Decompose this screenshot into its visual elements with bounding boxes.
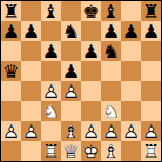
square-c5[interactable] bbox=[41, 61, 61, 81]
piece-glyph: ♟ bbox=[81, 41, 101, 61]
black-pawn-c6[interactable]: ♟ bbox=[41, 41, 61, 61]
piece-glyph: ♟ bbox=[121, 21, 141, 41]
piece-glyph: ♝ bbox=[41, 1, 61, 21]
square-c4[interactable]: ♟♙ bbox=[41, 81, 61, 101]
white-rook-c1[interactable]: ♜♖ bbox=[41, 141, 61, 161]
piece-glyph: ♜ bbox=[1, 1, 21, 21]
square-b2[interactable]: ♟♙ bbox=[21, 121, 41, 141]
piece-outline-glyph: ♗ bbox=[101, 141, 121, 161]
square-e1[interactable]: ♚♔ bbox=[81, 141, 101, 161]
white-knight-f3[interactable]: ♞♘ bbox=[101, 101, 121, 121]
white-knight-c3[interactable]: ♞♘ bbox=[41, 101, 61, 121]
white-bishop-d2[interactable]: ♝♗ bbox=[61, 121, 81, 141]
white-pawn-d4[interactable]: ♟♙ bbox=[61, 81, 81, 101]
square-f2[interactable]: ♟♙ bbox=[101, 121, 121, 141]
square-a4[interactable] bbox=[1, 81, 21, 101]
square-f8[interactable]: ♝ bbox=[101, 1, 121, 21]
square-f1[interactable]: ♝♗ bbox=[101, 141, 121, 161]
piece-outline-glyph: ♖ bbox=[41, 141, 61, 161]
square-a8[interactable]: ♜ bbox=[1, 1, 21, 21]
square-b5[interactable] bbox=[21, 61, 41, 81]
square-c7[interactable] bbox=[41, 21, 61, 41]
square-f5[interactable] bbox=[101, 61, 121, 81]
square-e5[interactable] bbox=[81, 61, 101, 81]
square-h4[interactable] bbox=[141, 81, 161, 101]
square-h5[interactable] bbox=[141, 61, 161, 81]
square-g7[interactable]: ♟ bbox=[121, 21, 141, 41]
white-pawn-e2[interactable]: ♟♙ bbox=[81, 121, 101, 141]
piece-glyph: ♟ bbox=[61, 61, 81, 81]
piece-outline-glyph: ♖ bbox=[141, 141, 161, 161]
square-b1[interactable] bbox=[21, 141, 41, 161]
square-f4[interactable] bbox=[101, 81, 121, 101]
piece-outline-glyph: ♙ bbox=[41, 81, 61, 101]
black-rook-a8[interactable]: ♜ bbox=[1, 1, 21, 21]
white-pawn-f2[interactable]: ♟♙ bbox=[101, 121, 121, 141]
piece-outline-glyph: ♙ bbox=[141, 121, 161, 141]
square-e3[interactable] bbox=[81, 101, 101, 121]
piece-outline-glyph: ♙ bbox=[1, 121, 21, 141]
square-d1[interactable]: ♛♕ bbox=[61, 141, 81, 161]
piece-outline-glyph: ♙ bbox=[81, 121, 101, 141]
piece-glyph: ♟ bbox=[101, 21, 121, 41]
black-pawn-h7[interactable]: ♟ bbox=[141, 21, 161, 41]
square-g4[interactable] bbox=[121, 81, 141, 101]
square-b6[interactable] bbox=[21, 41, 41, 61]
square-b7[interactable]: ♟ bbox=[21, 21, 41, 41]
square-e8[interactable]: ♚ bbox=[81, 1, 101, 21]
square-d5[interactable]: ♟ bbox=[61, 61, 81, 81]
black-pawn-d5[interactable]: ♟ bbox=[61, 61, 81, 81]
square-a3[interactable] bbox=[1, 101, 21, 121]
piece-outline-glyph: ♔ bbox=[81, 141, 101, 161]
square-h1[interactable]: ♜♖ bbox=[141, 141, 161, 161]
piece-outline-glyph: ♙ bbox=[101, 121, 121, 141]
square-f3[interactable]: ♞♘ bbox=[101, 101, 121, 121]
chess-board: ♜♝♚♝♜♟♟♞♟♟♟♟♟♞♛♟♟♙♟♙♞♘♞♘♟♙♟♙♝♗♟♙♟♙♟♙♟♙♜♖… bbox=[0, 0, 162, 162]
white-pawn-c4[interactable]: ♟♙ bbox=[41, 81, 61, 101]
piece-outline-glyph: ♙ bbox=[61, 81, 81, 101]
white-rook-h1[interactable]: ♜♖ bbox=[141, 141, 161, 161]
white-bishop-f1[interactable]: ♝♗ bbox=[101, 141, 121, 161]
square-e6[interactable]: ♟ bbox=[81, 41, 101, 61]
square-e7[interactable] bbox=[81, 21, 101, 41]
piece-glyph: ♝ bbox=[101, 1, 121, 21]
square-b3[interactable] bbox=[21, 101, 41, 121]
piece-glyph: ♟ bbox=[41, 41, 61, 61]
square-c3[interactable]: ♞♘ bbox=[41, 101, 61, 121]
square-h6[interactable] bbox=[141, 41, 161, 61]
square-a7[interactable]: ♟ bbox=[1, 21, 21, 41]
square-f6[interactable]: ♞ bbox=[101, 41, 121, 61]
black-bishop-f8[interactable]: ♝ bbox=[101, 1, 121, 21]
square-d6[interactable] bbox=[61, 41, 81, 61]
square-b8[interactable] bbox=[21, 1, 41, 21]
black-rook-h8[interactable]: ♜ bbox=[141, 1, 161, 21]
black-pawn-g7[interactable]: ♟ bbox=[121, 21, 141, 41]
square-a2[interactable]: ♟♙ bbox=[1, 121, 21, 141]
square-g2[interactable]: ♟♙ bbox=[121, 121, 141, 141]
square-b4[interactable] bbox=[21, 81, 41, 101]
black-king-e8[interactable]: ♚ bbox=[81, 1, 101, 21]
square-c1[interactable]: ♜♖ bbox=[41, 141, 61, 161]
piece-glyph: ♚ bbox=[81, 1, 101, 21]
piece-glyph: ♞ bbox=[101, 41, 121, 61]
piece-outline-glyph: ♙ bbox=[121, 121, 141, 141]
black-bishop-c8[interactable]: ♝ bbox=[41, 1, 61, 21]
square-d2[interactable]: ♝♗ bbox=[61, 121, 81, 141]
piece-glyph: ♟ bbox=[21, 21, 41, 41]
piece-glyph: ♟ bbox=[141, 21, 161, 41]
square-h8[interactable]: ♜ bbox=[141, 1, 161, 21]
square-a1[interactable] bbox=[1, 141, 21, 161]
square-d8[interactable] bbox=[61, 1, 81, 21]
square-a6[interactable] bbox=[1, 41, 21, 61]
piece-glyph: ♜ bbox=[141, 1, 161, 21]
black-queen-a5[interactable]: ♛ bbox=[1, 61, 21, 81]
black-pawn-f7[interactable]: ♟ bbox=[101, 21, 121, 41]
white-king-e1[interactable]: ♚♔ bbox=[81, 141, 101, 161]
black-pawn-b7[interactable]: ♟ bbox=[21, 21, 41, 41]
square-f7[interactable]: ♟ bbox=[101, 21, 121, 41]
square-h3[interactable] bbox=[141, 101, 161, 121]
square-g5[interactable] bbox=[121, 61, 141, 81]
white-pawn-a2[interactable]: ♟♙ bbox=[1, 121, 21, 141]
square-h7[interactable]: ♟ bbox=[141, 21, 161, 41]
square-g8[interactable] bbox=[121, 1, 141, 21]
white-pawn-g2[interactable]: ♟♙ bbox=[121, 121, 141, 141]
square-e4[interactable] bbox=[81, 81, 101, 101]
square-a5[interactable]: ♛ bbox=[1, 61, 21, 81]
piece-outline-glyph: ♙ bbox=[21, 121, 41, 141]
square-d3[interactable] bbox=[61, 101, 81, 121]
square-c8[interactable]: ♝ bbox=[41, 1, 61, 21]
piece-outline-glyph: ♘ bbox=[101, 101, 121, 121]
black-knight-d7[interactable]: ♞ bbox=[61, 21, 81, 41]
square-d7[interactable]: ♞ bbox=[61, 21, 81, 41]
square-g1[interactable] bbox=[121, 141, 141, 161]
square-e2[interactable]: ♟♙ bbox=[81, 121, 101, 141]
square-g6[interactable] bbox=[121, 41, 141, 61]
square-c2[interactable] bbox=[41, 121, 61, 141]
white-pawn-h2[interactable]: ♟♙ bbox=[141, 121, 161, 141]
white-pawn-b2[interactable]: ♟♙ bbox=[21, 121, 41, 141]
black-pawn-e6[interactable]: ♟ bbox=[81, 41, 101, 61]
square-h2[interactable]: ♟♙ bbox=[141, 121, 161, 141]
piece-glyph: ♛ bbox=[1, 61, 21, 81]
black-knight-f6[interactable]: ♞ bbox=[101, 41, 121, 61]
square-c6[interactable]: ♟ bbox=[41, 41, 61, 61]
black-pawn-a7[interactable]: ♟ bbox=[1, 21, 21, 41]
piece-outline-glyph: ♕ bbox=[61, 141, 81, 161]
piece-glyph: ♟ bbox=[1, 21, 21, 41]
piece-outline-glyph: ♘ bbox=[41, 101, 61, 121]
square-g3[interactable] bbox=[121, 101, 141, 121]
piece-outline-glyph: ♗ bbox=[61, 121, 81, 141]
white-queen-d1[interactable]: ♛♕ bbox=[61, 141, 81, 161]
square-d4[interactable]: ♟♙ bbox=[61, 81, 81, 101]
piece-glyph: ♞ bbox=[61, 21, 81, 41]
